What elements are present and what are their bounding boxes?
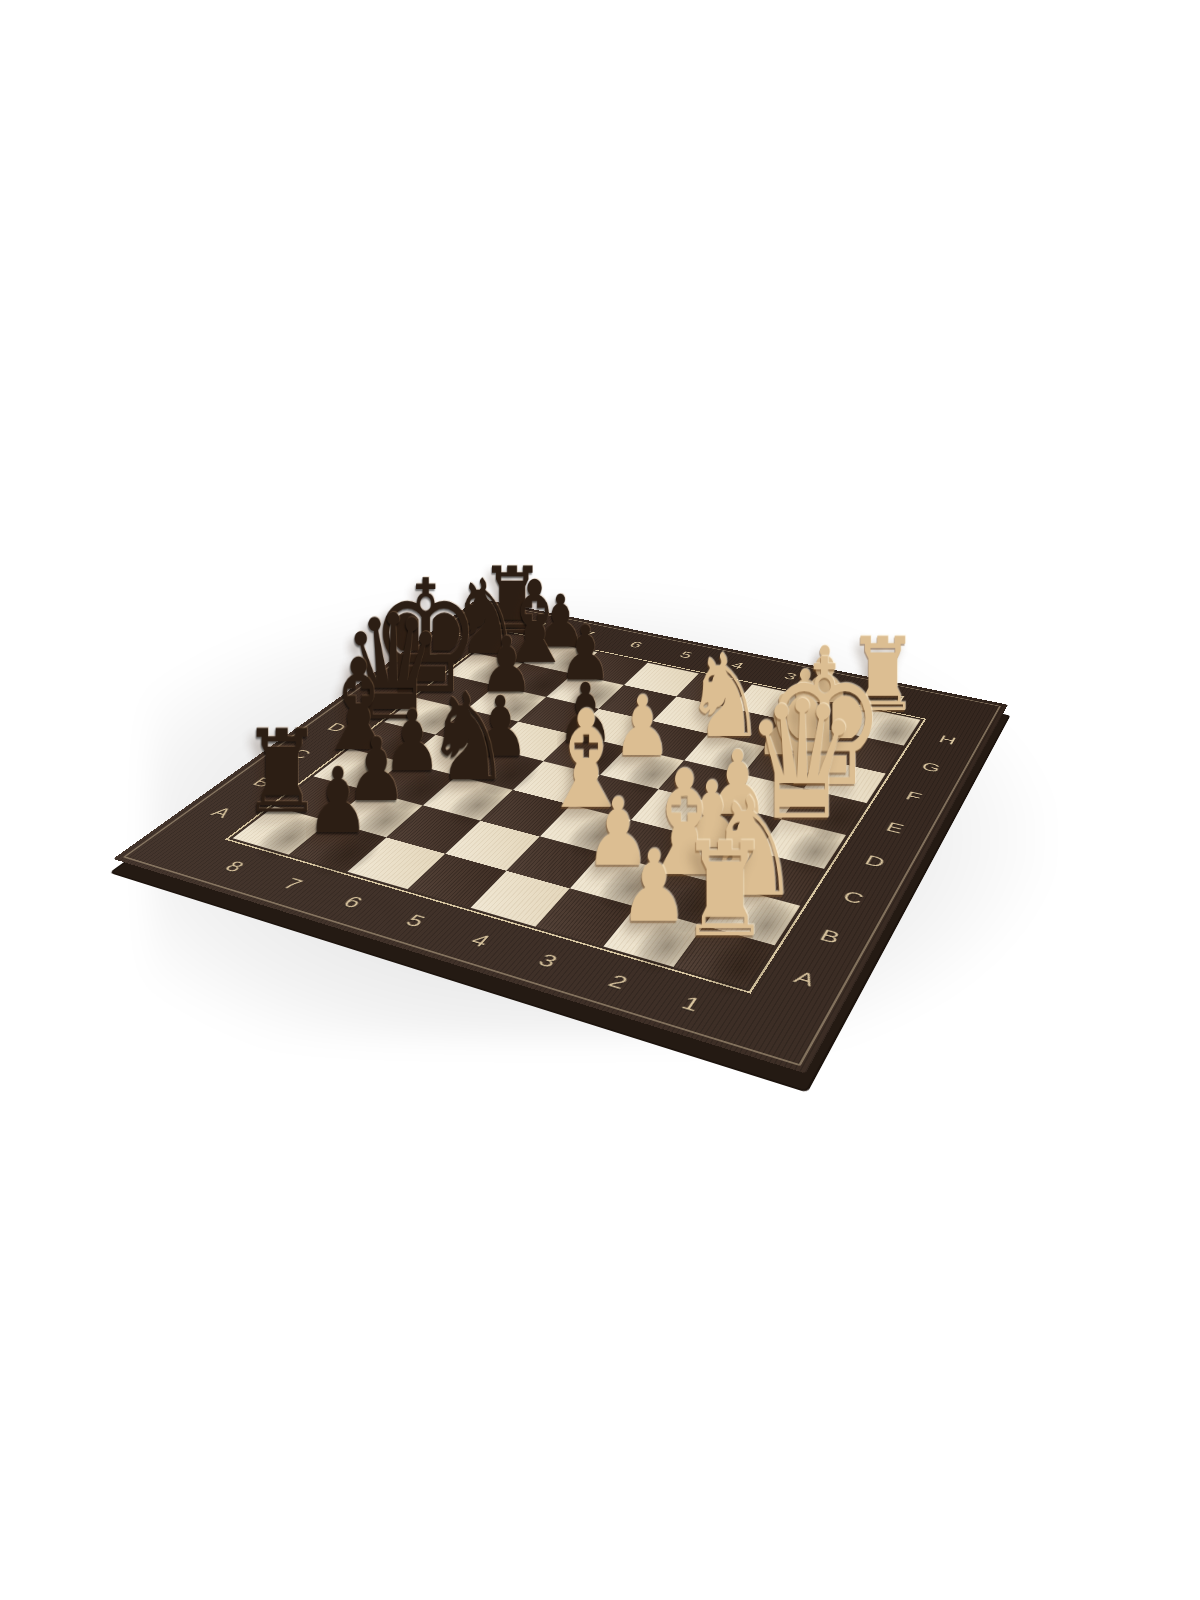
- file-label-bottom-B: B: [816, 926, 845, 948]
- piece-black-knight-c6: ♞: [426, 677, 511, 798]
- file-label-bottom-G: G: [919, 760, 945, 776]
- rank-label-left-7: 7: [277, 875, 308, 894]
- rank-label-right-6: 6: [626, 639, 646, 650]
- rank-label-left-5: 5: [400, 911, 431, 932]
- piece-black-pawn-a7: ♟: [306, 755, 370, 846]
- rank-label-left-8: 8: [219, 858, 250, 877]
- file-label-bottom-A: A: [790, 967, 820, 991]
- rank-label-left-4: 4: [465, 930, 495, 952]
- rank-label-left-2: 2: [604, 971, 634, 994]
- file-label-bottom-E: E: [883, 819, 908, 837]
- piece-white-rook-a1: ♜: [679, 825, 770, 956]
- file-label-top-A: A: [206, 804, 238, 821]
- board-scene: ♜♞♚♛♝♜♟♝♟♟♟♟♟♟♞♟♟♝♞♟♟♟♟♟♟♝♟♜♚♛♞♜ AA88BB7…: [268, 443, 932, 1107]
- rank-label-left-1: 1: [677, 992, 706, 1016]
- file-label-bottom-D: D: [861, 852, 889, 871]
- file-label-bottom-H: H: [936, 733, 959, 748]
- file-label-bottom-C: C: [839, 888, 868, 909]
- rank-label-left-6: 6: [338, 893, 369, 913]
- file-label-bottom-F: F: [903, 789, 926, 805]
- rank-label-left-3: 3: [533, 950, 563, 972]
